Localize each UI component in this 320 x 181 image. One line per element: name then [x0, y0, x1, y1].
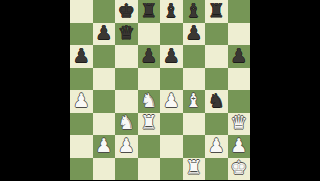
square-f8[interactable]: ♝: [183, 0, 206, 23]
white-king-piece: ♚: [230, 158, 247, 177]
square-h8[interactable]: [228, 0, 251, 23]
square-c1[interactable]: [115, 158, 138, 181]
square-f2[interactable]: [183, 135, 206, 158]
black-rook-piece: ♜: [140, 1, 157, 20]
black-pawn-piece: ♟: [140, 46, 157, 65]
chess-board: ♚♜♝♝♜♟♛♟♟♟♟♟♟♞♟♝♞♞♜♛♟♟♟♟♜♚: [70, 0, 250, 180]
letterbox-left: [0, 0, 70, 180]
square-e1[interactable]: [160, 158, 183, 181]
white-bishop-piece: ♝: [185, 91, 202, 110]
square-c5[interactable]: [115, 68, 138, 91]
square-d4[interactable]: ♞: [138, 90, 161, 113]
square-e7[interactable]: [160, 23, 183, 46]
square-h5[interactable]: [228, 68, 251, 91]
square-g3[interactable]: [205, 113, 228, 136]
square-c2[interactable]: ♟: [115, 135, 138, 158]
white-queen-piece: ♛: [230, 113, 247, 132]
black-pawn-piece: ♟: [185, 23, 202, 42]
square-g5[interactable]: [205, 68, 228, 91]
square-b4[interactable]: [93, 90, 116, 113]
square-d3[interactable]: ♜: [138, 113, 161, 136]
square-h3[interactable]: ♛: [228, 113, 251, 136]
square-d1[interactable]: [138, 158, 161, 181]
square-c8[interactable]: ♚: [115, 0, 138, 23]
square-d2[interactable]: [138, 135, 161, 158]
square-a8[interactable]: [70, 0, 93, 23]
white-pawn-piece: ♟: [208, 136, 225, 155]
square-b7[interactable]: ♟: [93, 23, 116, 46]
black-rook-piece: ♜: [208, 1, 225, 20]
white-pawn-piece: ♟: [118, 136, 135, 155]
white-knight-piece: ♞: [118, 113, 135, 132]
square-a7[interactable]: [70, 23, 93, 46]
black-pawn-piece: ♟: [95, 23, 112, 42]
app-window: ♚♜♝♝♜♟♛♟♟♟♟♟♟♞♟♝♞♞♜♛♟♟♟♟♜♚: [0, 0, 320, 180]
square-a6[interactable]: ♟: [70, 45, 93, 68]
square-b6[interactable]: [93, 45, 116, 68]
square-c4[interactable]: [115, 90, 138, 113]
black-queen-piece: ♛: [118, 23, 135, 42]
square-g2[interactable]: ♟: [205, 135, 228, 158]
square-e8[interactable]: ♝: [160, 0, 183, 23]
black-knight-piece: ♞: [208, 91, 225, 110]
white-pawn-piece: ♟: [73, 91, 90, 110]
square-a2[interactable]: [70, 135, 93, 158]
square-c3[interactable]: ♞: [115, 113, 138, 136]
square-h1[interactable]: ♚: [228, 158, 251, 181]
square-c6[interactable]: [115, 45, 138, 68]
square-b2[interactable]: ♟: [93, 135, 116, 158]
square-g4[interactable]: ♞: [205, 90, 228, 113]
square-g7[interactable]: [205, 23, 228, 46]
square-d5[interactable]: [138, 68, 161, 91]
square-e6[interactable]: ♟: [160, 45, 183, 68]
square-b1[interactable]: [93, 158, 116, 181]
black-pawn-piece: ♟: [230, 46, 247, 65]
square-h2[interactable]: ♟: [228, 135, 251, 158]
square-h7[interactable]: [228, 23, 251, 46]
square-e3[interactable]: [160, 113, 183, 136]
square-a5[interactable]: [70, 68, 93, 91]
square-f3[interactable]: [183, 113, 206, 136]
white-pawn-piece: ♟: [95, 136, 112, 155]
white-pawn-piece: ♟: [163, 91, 180, 110]
square-d8[interactable]: ♜: [138, 0, 161, 23]
square-f6[interactable]: [183, 45, 206, 68]
square-g8[interactable]: ♜: [205, 0, 228, 23]
square-f5[interactable]: [183, 68, 206, 91]
black-pawn-piece: ♟: [163, 46, 180, 65]
square-e2[interactable]: [160, 135, 183, 158]
square-a3[interactable]: [70, 113, 93, 136]
square-e5[interactable]: [160, 68, 183, 91]
black-pawn-piece: ♟: [73, 46, 90, 65]
square-a1[interactable]: [70, 158, 93, 181]
square-g6[interactable]: [205, 45, 228, 68]
letterbox-right: [250, 0, 320, 180]
square-h4[interactable]: [228, 90, 251, 113]
black-bishop-piece: ♝: [185, 1, 202, 20]
square-b8[interactable]: [93, 0, 116, 23]
square-g1[interactable]: [205, 158, 228, 181]
white-pawn-piece: ♟: [230, 136, 247, 155]
square-a4[interactable]: ♟: [70, 90, 93, 113]
square-f4[interactable]: ♝: [183, 90, 206, 113]
square-f1[interactable]: ♜: [183, 158, 206, 181]
square-e4[interactable]: ♟: [160, 90, 183, 113]
black-bishop-piece: ♝: [163, 1, 180, 20]
square-c7[interactable]: ♛: [115, 23, 138, 46]
black-king-piece: ♚: [118, 1, 135, 20]
square-h6[interactable]: ♟: [228, 45, 251, 68]
square-d6[interactable]: ♟: [138, 45, 161, 68]
white-rook-piece: ♜: [140, 113, 157, 132]
square-b5[interactable]: [93, 68, 116, 91]
square-b3[interactable]: [93, 113, 116, 136]
white-rook-piece: ♜: [185, 158, 202, 177]
white-knight-piece: ♞: [140, 91, 157, 110]
square-f7[interactable]: ♟: [183, 23, 206, 46]
square-d7[interactable]: [138, 23, 161, 46]
